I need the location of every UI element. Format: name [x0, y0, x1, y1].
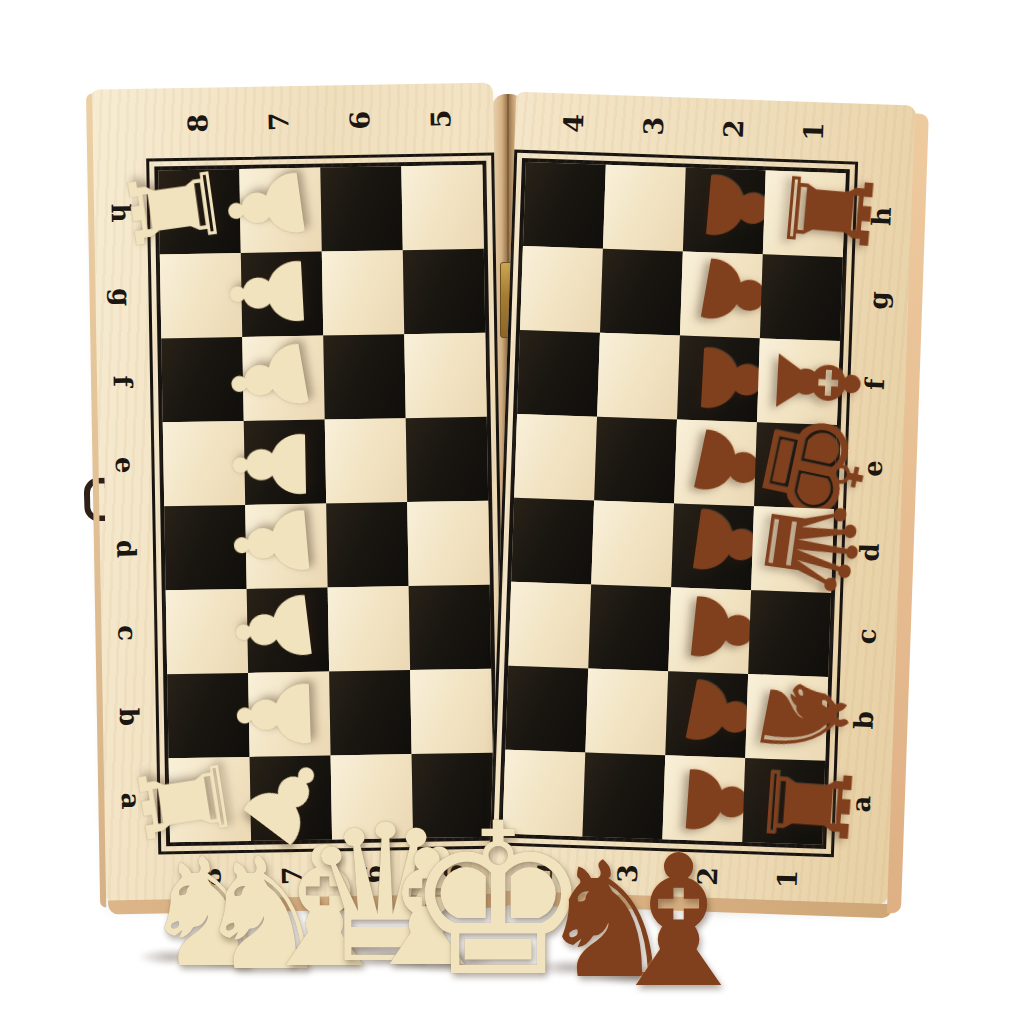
rank-number-5: 5 [400, 83, 482, 154]
square-e2: ♟ [674, 419, 757, 506]
board-frame-right: ♟♜♟♟♝♟♚♟♛♟♟♞♟♜ [490, 150, 858, 858]
file-letter-f: f [849, 342, 902, 428]
square-h2: ♟ [683, 168, 766, 255]
file-letter-b: b [101, 675, 156, 760]
rank-number-2: 2 [692, 98, 774, 159]
file-letter-c: c [840, 593, 893, 679]
square-h5 [401, 165, 483, 250]
square-e4 [514, 414, 597, 501]
square-c2: ♟ [668, 587, 751, 674]
square-h6 [320, 166, 402, 251]
square-d1: ♛ [751, 506, 834, 593]
square-e8 [163, 421, 245, 506]
square-f3 [597, 333, 680, 420]
square-d7: ♟ [245, 504, 327, 589]
square-f8 [161, 337, 243, 422]
square-c6 [328, 586, 410, 671]
rank-number-8: 8 [157, 87, 239, 158]
square-g7: ♟ [241, 252, 323, 337]
square-c4 [508, 582, 591, 669]
square-f5 [404, 333, 486, 418]
file-letter-e: e [97, 423, 152, 508]
square-d2: ♟ [671, 503, 754, 590]
square-h1: ♜ [763, 170, 846, 257]
file-letter-g: g [852, 258, 905, 344]
square-e5 [406, 417, 488, 502]
square-c3 [588, 585, 671, 672]
square-c1 [748, 590, 831, 677]
square-d5 [407, 501, 489, 586]
square-f4 [517, 330, 600, 417]
board-frame-left: ♜♟♟♟♟♟♟♟♜♟ [146, 153, 506, 855]
square-h3 [603, 165, 686, 252]
file-letter-h: h [92, 171, 147, 256]
square-h8: ♜ [158, 169, 240, 254]
square-f2: ♟ [677, 336, 760, 423]
square-f7: ♟ [242, 336, 324, 421]
square-e3 [594, 417, 677, 504]
square-d6 [326, 502, 408, 587]
rank-number-4: 4 [532, 92, 614, 153]
rank-number-7: 7 [238, 86, 320, 157]
file-letter-f: f [95, 339, 150, 424]
file-letter-g: g [94, 255, 149, 340]
brown-bishop-tray: ♝ [597, 831, 760, 1013]
rank-number-1: 1 [772, 101, 854, 162]
square-g1 [760, 254, 843, 341]
square-g5 [403, 249, 485, 334]
rank-numbers-top-left: 8765 [91, 83, 494, 160]
file-letter-h: h [855, 174, 908, 260]
square-d3 [591, 501, 674, 588]
file-letter-b: b [837, 677, 890, 763]
square-g6 [322, 250, 404, 335]
file-letter-d: d [843, 509, 896, 595]
file-letter-c: c [100, 591, 155, 676]
square-b7: ♟ [248, 672, 330, 757]
board-grid-right: ♟♜♟♟♝♟♚♟♛♟♟♞♟♜ [502, 162, 845, 845]
file-letter-e: e [846, 425, 899, 511]
file-letter-d: d [98, 507, 153, 592]
square-g4 [520, 246, 603, 333]
square-h7: ♟ [239, 168, 321, 253]
file-letter-a: a [834, 761, 887, 847]
rank-number-6: 6 [319, 84, 401, 155]
square-b8 [167, 673, 249, 758]
square-e7: ♟ [244, 420, 326, 505]
square-d4 [511, 498, 594, 585]
square-f6 [323, 334, 405, 419]
square-b3 [585, 669, 668, 756]
square-b5 [410, 669, 492, 754]
product-photo-scene: 8765 hgfedcba ♜♟♟♟♟♟♟♟♜♟ 8765 4321 ♟♜♟♟♝… [0, 0, 1024, 1024]
square-b6 [329, 670, 411, 755]
square-c7: ♟ [247, 588, 329, 673]
square-d8 [164, 505, 246, 590]
square-c8 [166, 589, 248, 674]
square-c5 [409, 585, 491, 670]
square-g8 [160, 253, 242, 338]
square-f1: ♝ [757, 338, 840, 425]
square-b4 [505, 666, 588, 753]
rank-number-3: 3 [612, 95, 694, 156]
clasp-latch-icon [84, 477, 106, 521]
square-h4 [523, 162, 606, 249]
square-e1: ♚ [754, 422, 837, 509]
square-b1: ♞ [745, 674, 828, 761]
square-g3 [600, 249, 683, 336]
square-b2: ♟ [665, 671, 748, 758]
square-e6 [325, 418, 407, 503]
board-grid-left: ♜♟♟♟♟♟♟♟♜♟ [158, 165, 494, 843]
square-g2: ♟ [680, 252, 763, 339]
